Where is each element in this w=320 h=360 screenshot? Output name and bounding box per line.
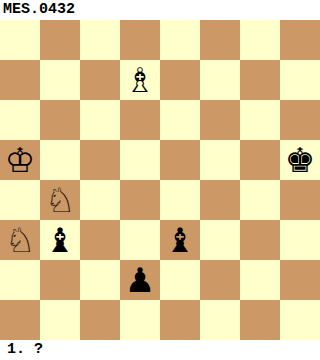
square-b1[interactable] xyxy=(40,300,80,340)
square-g7[interactable] xyxy=(240,60,280,100)
square-e7[interactable] xyxy=(160,60,200,100)
white-bishop-piece[interactable]: ♗ xyxy=(125,60,155,100)
chess-diagram-page: MES.0432 ♗♔♚♘♘♝♝♟ 1. ? xyxy=(0,0,320,360)
square-d1[interactable] xyxy=(120,300,160,340)
square-h4[interactable] xyxy=(280,180,320,220)
square-b4[interactable]: ♘ xyxy=(40,180,80,220)
square-d6[interactable] xyxy=(120,100,160,140)
square-c5[interactable] xyxy=(80,140,120,180)
square-c4[interactable] xyxy=(80,180,120,220)
square-b3[interactable]: ♝ xyxy=(40,220,80,260)
square-h1[interactable] xyxy=(280,300,320,340)
black-king-piece[interactable]: ♚ xyxy=(285,140,315,180)
white-knight-piece[interactable]: ♘ xyxy=(45,180,75,220)
square-f5[interactable] xyxy=(200,140,240,180)
black-bishop-piece[interactable]: ♝ xyxy=(165,220,195,260)
square-f3[interactable] xyxy=(200,220,240,260)
square-e3[interactable]: ♝ xyxy=(160,220,200,260)
square-h2[interactable] xyxy=(280,260,320,300)
square-a7[interactable] xyxy=(0,60,40,100)
square-b6[interactable] xyxy=(40,100,80,140)
square-h8[interactable] xyxy=(280,20,320,60)
black-bishop-piece[interactable]: ♝ xyxy=(45,220,75,260)
square-b8[interactable] xyxy=(40,20,80,60)
square-c2[interactable] xyxy=(80,260,120,300)
square-c6[interactable] xyxy=(80,100,120,140)
square-h5[interactable]: ♚ xyxy=(280,140,320,180)
square-e6[interactable] xyxy=(160,100,200,140)
square-e8[interactable] xyxy=(160,20,200,60)
move-prompt-caption: 1. ? xyxy=(0,340,320,360)
square-d5[interactable] xyxy=(120,140,160,180)
square-f2[interactable] xyxy=(200,260,240,300)
square-b7[interactable] xyxy=(40,60,80,100)
square-e1[interactable] xyxy=(160,300,200,340)
square-a2[interactable] xyxy=(0,260,40,300)
square-h3[interactable] xyxy=(280,220,320,260)
square-h7[interactable] xyxy=(280,60,320,100)
square-f6[interactable] xyxy=(200,100,240,140)
chess-board: ♗♔♚♘♘♝♝♟ xyxy=(0,20,320,340)
square-e2[interactable] xyxy=(160,260,200,300)
black-pawn-piece[interactable]: ♟ xyxy=(125,260,155,300)
square-c8[interactable] xyxy=(80,20,120,60)
square-a5[interactable]: ♔ xyxy=(0,140,40,180)
square-c1[interactable] xyxy=(80,300,120,340)
square-a6[interactable] xyxy=(0,100,40,140)
square-d4[interactable] xyxy=(120,180,160,220)
square-h6[interactable] xyxy=(280,100,320,140)
square-c3[interactable] xyxy=(80,220,120,260)
square-g8[interactable] xyxy=(240,20,280,60)
square-d8[interactable] xyxy=(120,20,160,60)
square-a1[interactable] xyxy=(0,300,40,340)
square-d2[interactable]: ♟ xyxy=(120,260,160,300)
problem-id-title: MES.0432 xyxy=(0,0,320,20)
square-g1[interactable] xyxy=(240,300,280,340)
square-d3[interactable] xyxy=(120,220,160,260)
square-e5[interactable] xyxy=(160,140,200,180)
square-f8[interactable] xyxy=(200,20,240,60)
square-g4[interactable] xyxy=(240,180,280,220)
square-g6[interactable] xyxy=(240,100,280,140)
square-g5[interactable] xyxy=(240,140,280,180)
white-king-piece[interactable]: ♔ xyxy=(5,140,35,180)
square-f7[interactable] xyxy=(200,60,240,100)
square-c7[interactable] xyxy=(80,60,120,100)
square-f1[interactable] xyxy=(200,300,240,340)
square-a8[interactable] xyxy=(0,20,40,60)
white-knight-piece[interactable]: ♘ xyxy=(5,220,35,260)
square-e4[interactable] xyxy=(160,180,200,220)
square-d7[interactable]: ♗ xyxy=(120,60,160,100)
square-b2[interactable] xyxy=(40,260,80,300)
square-g2[interactable] xyxy=(240,260,280,300)
square-f4[interactable] xyxy=(200,180,240,220)
square-a4[interactable] xyxy=(0,180,40,220)
square-b5[interactable] xyxy=(40,140,80,180)
square-a3[interactable]: ♘ xyxy=(0,220,40,260)
square-g3[interactable] xyxy=(240,220,280,260)
